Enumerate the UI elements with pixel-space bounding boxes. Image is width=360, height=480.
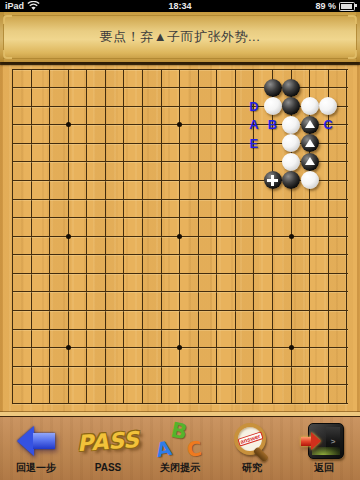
clock: 18:34 xyxy=(168,0,191,12)
grid-line xyxy=(13,199,348,200)
study-button[interactable]: answer 研究 xyxy=(216,417,288,480)
wifi-icon xyxy=(27,1,40,11)
close-hints-label: 关闭提示 xyxy=(160,463,200,473)
grid-line xyxy=(13,217,348,218)
exit-door-icon: > xyxy=(304,423,344,459)
triangle-mark xyxy=(305,157,315,165)
pass-label: PASS xyxy=(95,463,122,473)
grid-line xyxy=(49,69,50,404)
black-stone xyxy=(301,153,319,171)
variation-label-e[interactable]: E xyxy=(245,134,263,152)
grid-line xyxy=(346,69,347,404)
black-stone xyxy=(301,116,319,134)
white-stone xyxy=(282,116,300,134)
last-move-cross-mark xyxy=(267,175,278,186)
star-point xyxy=(66,345,71,350)
grid-line xyxy=(235,69,236,404)
status-bar: iPad 18:34 89 % xyxy=(0,0,360,12)
star-point xyxy=(289,234,294,239)
battery-percent: 89 % xyxy=(315,1,336,11)
undo-button[interactable]: 回退一步 xyxy=(0,417,72,480)
grid-line xyxy=(216,69,217,404)
grid-line xyxy=(13,291,348,292)
pass-button[interactable]: PASS PASS xyxy=(72,417,144,480)
close-hints-button[interactable]: A B C 关闭提示 xyxy=(144,417,216,480)
battery-icon xyxy=(339,2,355,11)
magnifier-text: answer xyxy=(237,431,263,446)
black-stone xyxy=(264,171,282,189)
white-stone xyxy=(319,97,337,115)
back-label: 返回 xyxy=(314,463,334,473)
white-stone xyxy=(282,153,300,171)
carrier-label: iPad xyxy=(5,1,24,11)
white-stone xyxy=(301,97,319,115)
star-point xyxy=(177,122,182,127)
variation-label-b[interactable]: B xyxy=(264,116,282,134)
triangle-mark xyxy=(305,120,315,128)
grid-line xyxy=(105,69,106,404)
white-stone xyxy=(301,171,319,189)
board-top-seam xyxy=(0,62,360,65)
variation-label-a[interactable]: A xyxy=(245,116,263,134)
grid-line xyxy=(198,69,199,404)
undo-label: 回退一步 xyxy=(16,463,56,473)
star-point xyxy=(177,234,182,239)
black-stone xyxy=(301,134,319,152)
abc-letters-icon: A B C xyxy=(156,423,204,459)
grid-line xyxy=(13,273,348,274)
pass-logo-icon: PASS xyxy=(76,426,139,455)
black-stone xyxy=(282,97,300,115)
triangle-mark xyxy=(305,139,315,147)
grid-line xyxy=(142,69,143,404)
grid-line xyxy=(13,310,348,311)
bottom-toolbar: 回退一步 PASS PASS A B C 关闭提示 answer 研究 > xyxy=(0,416,360,480)
variation-label-c[interactable]: C xyxy=(319,116,337,134)
grid-line xyxy=(13,403,348,404)
star-point xyxy=(66,234,71,239)
black-stone xyxy=(264,79,282,97)
grid-line xyxy=(161,69,162,404)
white-stone xyxy=(264,97,282,115)
grid-line xyxy=(123,69,124,404)
star-point xyxy=(66,122,71,127)
grid-line xyxy=(13,69,348,70)
black-stone xyxy=(282,79,300,97)
black-stone xyxy=(282,171,300,189)
grid-line xyxy=(13,254,348,255)
grid-line xyxy=(13,384,348,385)
magnifier-answer-icon: answer xyxy=(231,422,273,460)
hint-message: 要点！弃▲子而扩张外势... xyxy=(100,28,261,46)
grid-line xyxy=(13,329,348,330)
go-board[interactable]: DABCE xyxy=(0,62,360,416)
variation-label-d[interactable]: D xyxy=(245,97,263,115)
undo-arrow-icon xyxy=(17,426,55,456)
back-button[interactable]: > 返回 xyxy=(288,417,360,480)
grid-line xyxy=(31,69,32,404)
hint-banner: 要点！弃▲子而扩张外势... xyxy=(0,12,360,62)
board-left-edge xyxy=(0,65,3,412)
star-point xyxy=(177,345,182,350)
white-stone xyxy=(282,134,300,152)
grid-line xyxy=(13,366,348,367)
star-point xyxy=(289,345,294,350)
grid-line xyxy=(86,69,87,404)
study-label: 研究 xyxy=(242,463,262,473)
grid-line xyxy=(12,69,13,404)
